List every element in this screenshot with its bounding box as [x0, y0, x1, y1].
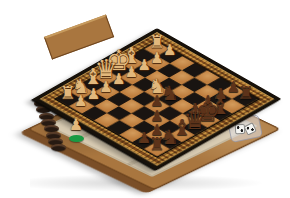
box-lid-edge — [44, 14, 114, 59]
spare-pawn-felt-base — [69, 135, 84, 142]
spare-pawn-piece: ♟ — [69, 117, 83, 133]
die-icon — [244, 122, 257, 135]
chess-set-photo: ♟ ♜♟♟♜♟♟♝♟♟♝♚♟♞♞♟♚♛♟♟♛♝♟♟♝♞♟♟♞♜♟♟♜ — [0, 0, 290, 198]
spare-pawn: ♟ — [62, 110, 96, 146]
